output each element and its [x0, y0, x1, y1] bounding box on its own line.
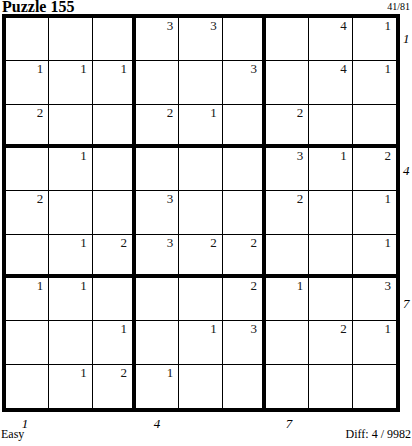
clue-digit: 1 [384, 61, 391, 76]
grid-cell: 2 [353, 148, 396, 191]
clue-digit: 1 [384, 191, 391, 206]
clue-digit: 3 [250, 61, 257, 76]
grid-cell[interactable] [309, 235, 352, 278]
grid-cell[interactable] [266, 18, 309, 61]
grid-cell[interactable] [6, 148, 49, 191]
difficulty-label: Easy [1, 427, 24, 441]
grid-cell[interactable] [223, 191, 266, 234]
clue-digit: 3 [250, 321, 257, 336]
grid-cell[interactable] [179, 365, 222, 408]
grid-cell[interactable] [136, 61, 179, 104]
col-label: 7 [282, 416, 296, 431]
clue-digit: 1 [120, 61, 127, 76]
grid-cell[interactable] [93, 105, 136, 148]
clue-digit: 3 [167, 235, 174, 250]
grid-cell[interactable] [309, 365, 352, 408]
grid-cell: 2 [6, 191, 49, 234]
clue-digit: 3 [384, 278, 391, 293]
clue-digit: 1 [210, 105, 217, 120]
grid-cell: 1 [6, 278, 49, 321]
grid-cell: 3 [136, 191, 179, 234]
grid-cell[interactable] [353, 105, 396, 148]
grid-cell[interactable] [93, 191, 136, 234]
clue-digit: 2 [250, 278, 257, 293]
grid-cell[interactable] [49, 191, 92, 234]
grid-cell[interactable] [266, 61, 309, 104]
grid-cell: 4 [309, 61, 352, 104]
grid-cell: 1 [353, 18, 396, 61]
grid-cell[interactable] [266, 365, 309, 408]
grid-cell[interactable] [223, 105, 266, 148]
grid-cell: 1 [136, 365, 179, 408]
grid-cell[interactable] [49, 105, 92, 148]
clue-digit: 1 [384, 321, 391, 336]
clue-digit: 1 [297, 278, 304, 293]
grid-cell: 3 [223, 321, 266, 364]
grid-cell: 1 [49, 148, 92, 191]
grid-cell: 1 [49, 235, 92, 278]
grid-cell: 1 [49, 61, 92, 104]
clue-digit: 2 [120, 235, 127, 250]
clue-digit: 2 [297, 105, 304, 120]
grid-cell: 1 [179, 321, 222, 364]
grid-cell: 1 [353, 235, 396, 278]
grid-cell: 1 [93, 321, 136, 364]
grid-cell[interactable] [179, 278, 222, 321]
grid-cell[interactable] [136, 148, 179, 191]
grid-cell: 1 [353, 321, 396, 364]
grid-cell: 1 [353, 61, 396, 104]
grid-cell: 3 [136, 18, 179, 61]
grid-cell[interactable] [6, 235, 49, 278]
grid-cell[interactable] [309, 278, 352, 321]
grid-cell: 1 [353, 191, 396, 234]
grid-cell[interactable] [266, 321, 309, 364]
grid-cell: 1 [179, 105, 222, 148]
grid-cell: 2 [266, 191, 309, 234]
clue-digit: 1 [37, 278, 44, 293]
clue-digit: 1 [37, 61, 44, 76]
grid-cell[interactable] [6, 18, 49, 61]
grid-cell: 1 [49, 278, 92, 321]
grid-cell[interactable] [223, 18, 266, 61]
grid-cell[interactable] [309, 105, 352, 148]
grid-cell[interactable] [179, 148, 222, 191]
grid-cell: 1 [93, 61, 136, 104]
puzzle-grid: 3341111341221213122321123221112131132112… [2, 14, 400, 412]
grid-cell: 2 [223, 278, 266, 321]
row-label: 7 [403, 296, 412, 311]
clue-digit: 1 [210, 321, 217, 336]
grid-cell: 3 [136, 235, 179, 278]
clue-digit: 1 [80, 61, 87, 76]
grid-cell[interactable] [309, 191, 352, 234]
clue-digit: 1 [167, 365, 174, 380]
grid-cell: 2 [223, 235, 266, 278]
clue-digit: 1 [80, 148, 87, 163]
grid-cell: 3 [223, 61, 266, 104]
clue-digit: 1 [384, 235, 391, 250]
clue-digit: 1 [80, 235, 87, 250]
grid-cell: 2 [93, 365, 136, 408]
grid-cell[interactable] [353, 365, 396, 408]
grid-cell: 2 [6, 105, 49, 148]
grid-cell: 3 [179, 18, 222, 61]
grid-cell: 1 [6, 61, 49, 104]
grid-cell[interactable] [49, 321, 92, 364]
grid-cell[interactable] [136, 321, 179, 364]
grid-cell[interactable] [6, 321, 49, 364]
clue-digit: 2 [210, 235, 217, 250]
clue-digit: 2 [167, 105, 174, 120]
difficulty-stat: Diff: 4 / 9982 [346, 427, 411, 441]
clue-digit: 2 [120, 365, 127, 380]
clue-digit: 1 [384, 18, 391, 33]
grid-cell[interactable] [93, 18, 136, 61]
grid-cell: 2 [266, 105, 309, 148]
grid-cell[interactable] [266, 235, 309, 278]
grid-cell[interactable] [6, 365, 49, 408]
clue-digit: 1 [120, 321, 127, 336]
clue-digit: 1 [80, 365, 87, 380]
grid-cell: 2 [309, 321, 352, 364]
grid-cell[interactable] [179, 191, 222, 234]
page-title: Puzzle 155 [2, 0, 74, 14]
grid-cell: 1 [266, 278, 309, 321]
clue-digit: 2 [250, 235, 257, 250]
grid-cell[interactable] [93, 148, 136, 191]
grid-cell: 2 [136, 105, 179, 148]
col-label: 4 [150, 416, 164, 431]
grid-cell[interactable] [223, 148, 266, 191]
clue-digit: 3 [297, 148, 304, 163]
grid-cell[interactable] [223, 365, 266, 408]
grid-cell: 3 [353, 278, 396, 321]
clue-digit: 1 [340, 148, 347, 163]
grid-cell: 3 [266, 148, 309, 191]
clue-digit: 4 [340, 61, 347, 76]
grid-cell: 2 [179, 235, 222, 278]
grid-cell: 4 [309, 18, 352, 61]
clue-digit: 2 [37, 191, 44, 206]
grid-cell: 1 [309, 148, 352, 191]
grid-cell: 2 [93, 235, 136, 278]
clue-counter: 41/81 [387, 1, 410, 13]
clue-digit: 1 [80, 278, 87, 293]
grid-cell[interactable] [49, 18, 92, 61]
row-label: 1 [403, 31, 412, 46]
clue-digit: 2 [340, 321, 347, 336]
clue-digit: 3 [167, 191, 174, 206]
grid-cell[interactable] [93, 278, 136, 321]
grid-cell[interactable] [136, 278, 179, 321]
grid-cell: 1 [49, 365, 92, 408]
clue-digit: 3 [167, 18, 174, 33]
grid-cell[interactable] [179, 61, 222, 104]
clue-digit: 2 [37, 105, 44, 120]
clue-digit: 3 [210, 18, 217, 33]
row-label: 4 [403, 163, 412, 178]
clue-digit: 2 [297, 191, 304, 206]
clue-digit: 2 [384, 148, 391, 163]
clue-digit: 4 [340, 18, 347, 33]
